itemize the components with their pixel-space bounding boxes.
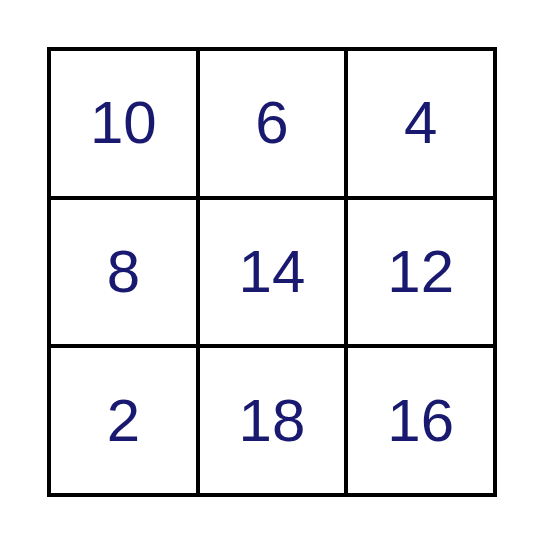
cell-number-r0-c2: 4 [404, 93, 437, 153]
cell-number-r1-c0: 8 [107, 242, 140, 302]
grid-cell-r2-c1: 18 [200, 348, 345, 493]
cell-number-r2-c2: 16 [387, 391, 454, 451]
cell-number-r2-c0: 2 [107, 391, 140, 451]
grid-cell-r2-c2: 16 [348, 348, 493, 493]
grid-cell-r0-c0: 10 [51, 51, 196, 196]
grid-cell-r1-c0: 8 [51, 200, 196, 345]
grid-cell-r0-c2: 4 [348, 51, 493, 196]
grid-cell-r0-c1: 6 [200, 51, 345, 196]
grid-cell-r1-c2: 12 [348, 200, 493, 345]
grid-cell-r1-c1: 14 [200, 200, 345, 345]
grid-cell-r2-c0: 2 [51, 348, 196, 493]
number-grid-board: 10 6 4 8 14 12 2 18 16 [47, 47, 497, 497]
cell-number-r1-c2: 12 [387, 242, 454, 302]
cell-number-r1-c1: 14 [239, 242, 306, 302]
cell-number-r2-c1: 18 [239, 391, 306, 451]
cell-number-r0-c0: 10 [90, 93, 157, 153]
cell-number-r0-c1: 6 [255, 93, 288, 153]
